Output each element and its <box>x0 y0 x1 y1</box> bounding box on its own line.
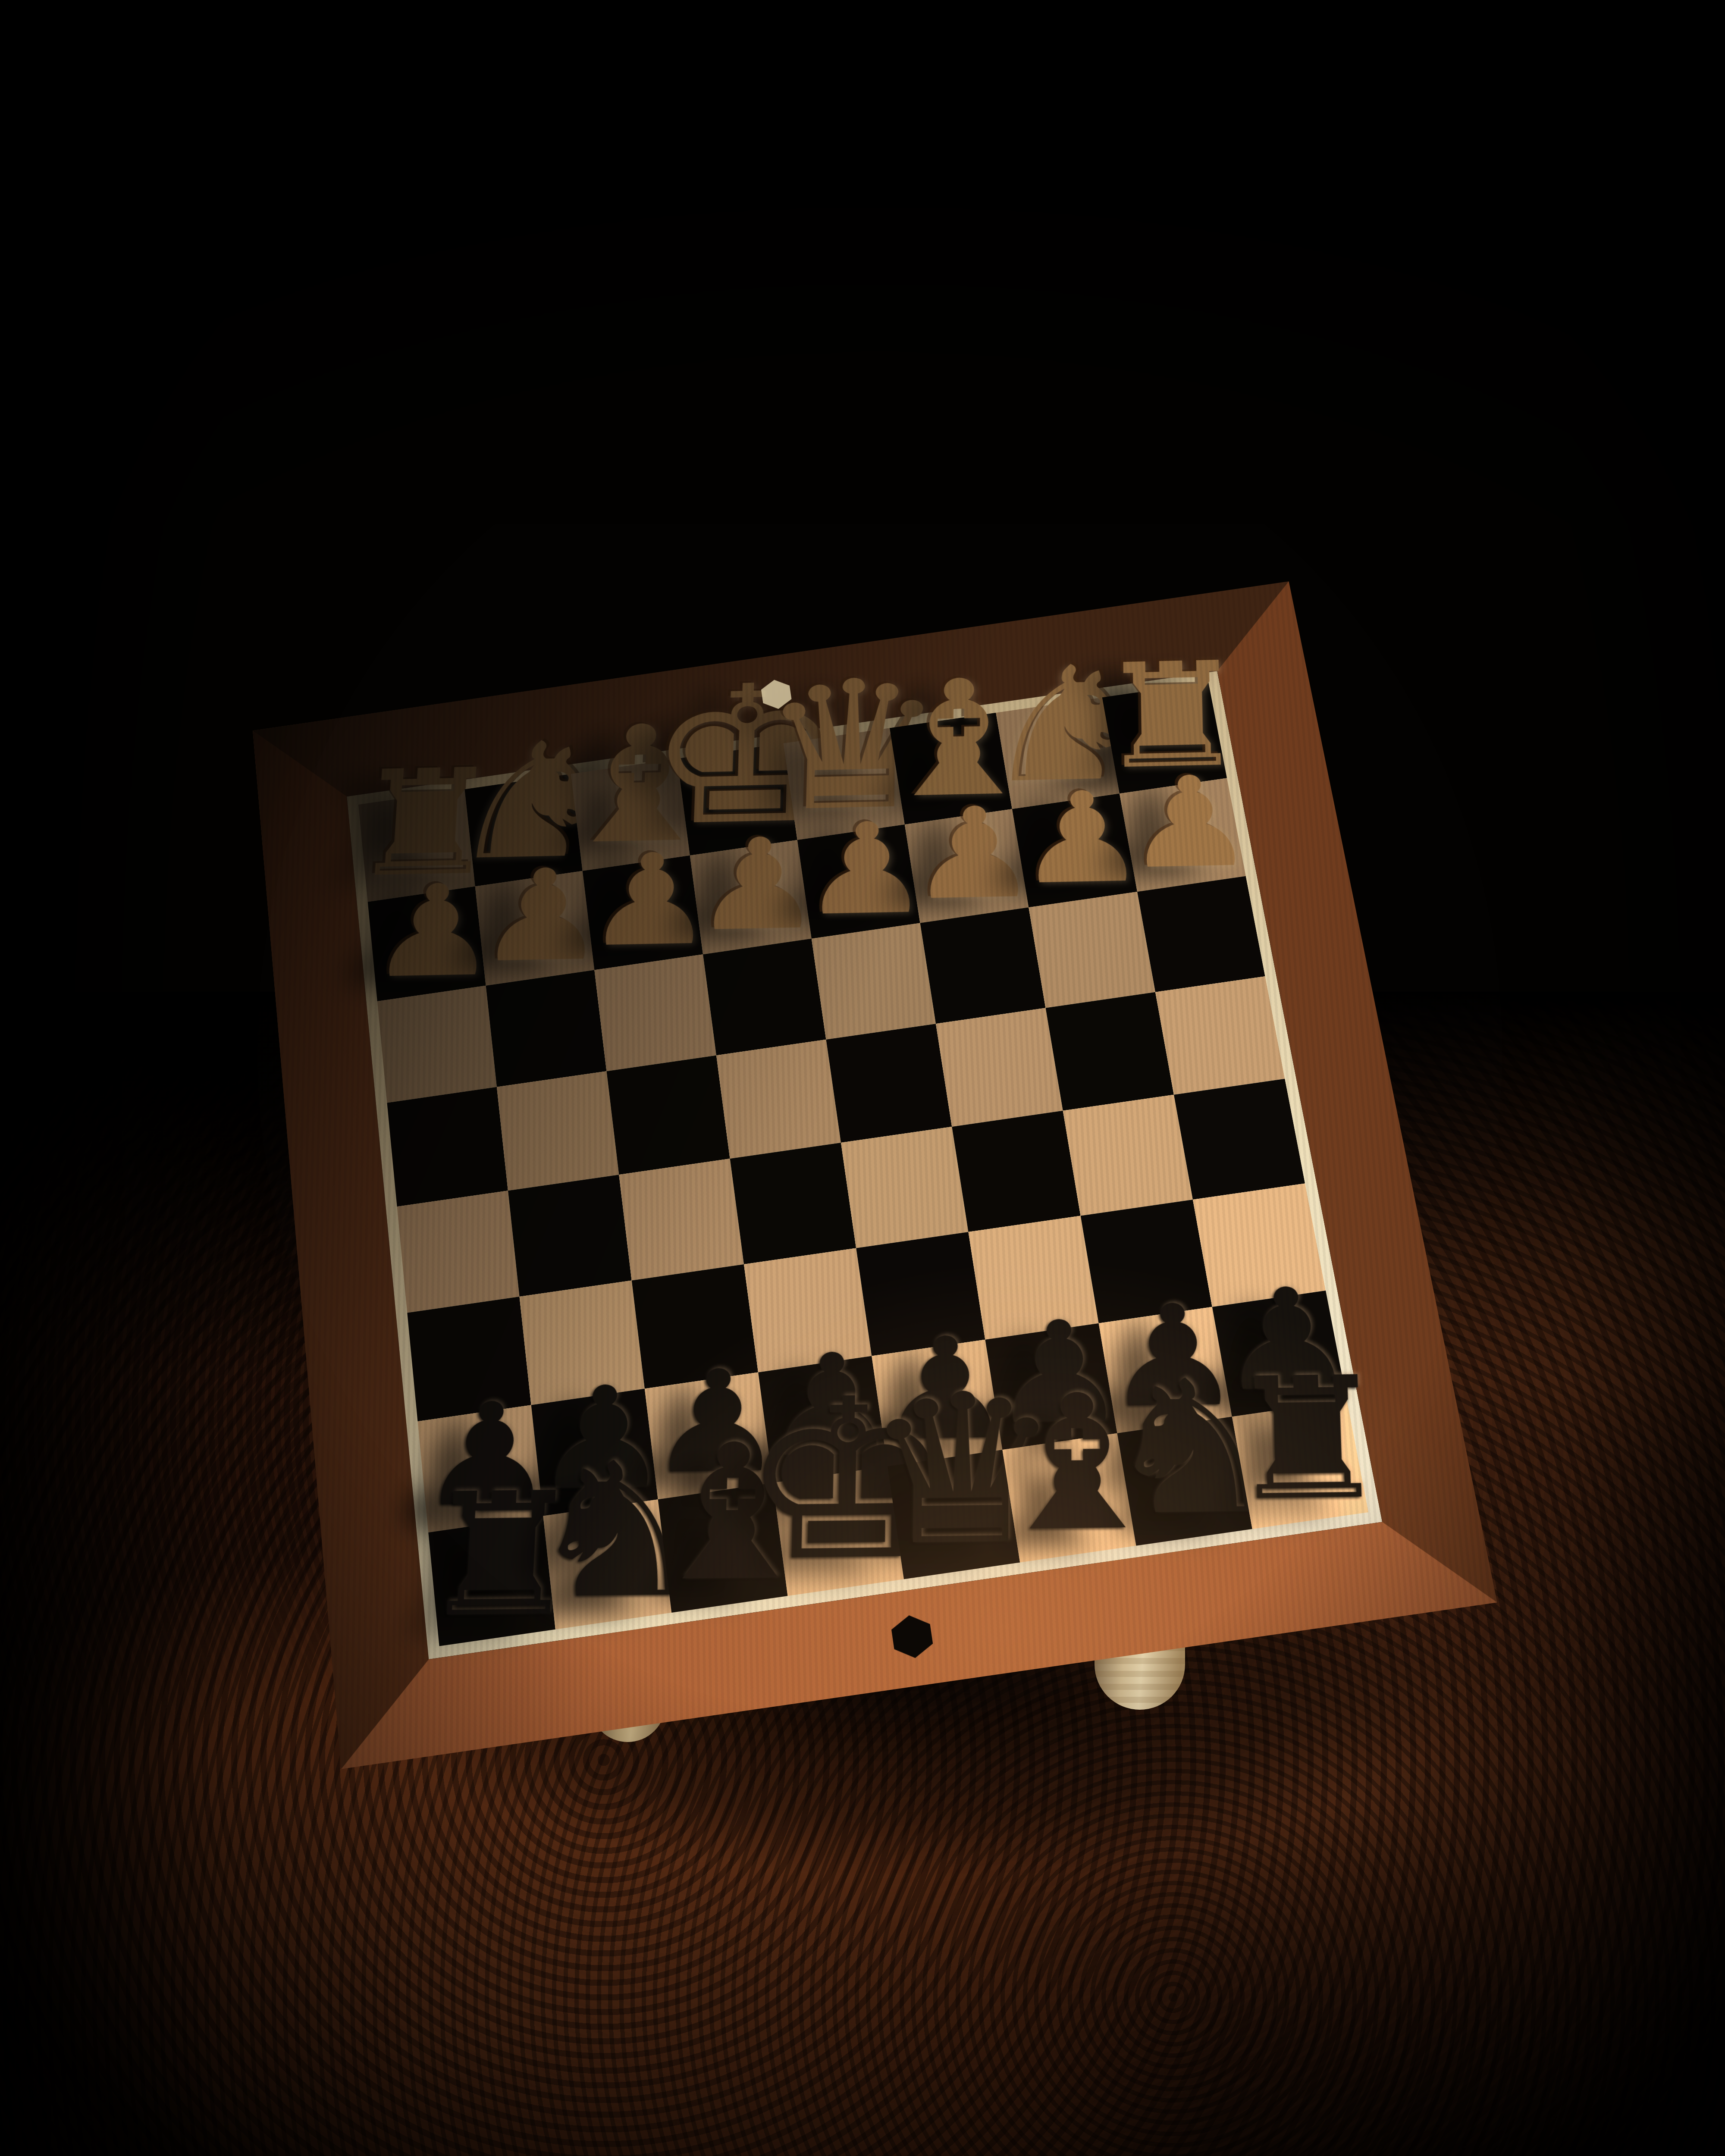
square-b5[interactable] <box>1063 1095 1193 1216</box>
square-g2[interactable]: ♟ <box>475 871 595 986</box>
square-c2[interactable]: ♟ <box>905 809 1029 923</box>
square-e3[interactable] <box>703 939 826 1056</box>
square-b3[interactable] <box>1029 892 1155 1008</box>
chess-table: ♜♞♝♚♛♝♞♜♟♟♟♟♟♟♟♟♟♟♟♟♟♟♟♟♜♞♝♚♛♝♞♜ <box>216 518 1466 1768</box>
square-e5[interactable] <box>730 1143 856 1264</box>
square-g3[interactable] <box>486 970 607 1087</box>
square-c5[interactable] <box>952 1111 1080 1232</box>
square-b2[interactable]: ♟ <box>1012 793 1137 907</box>
square-g5[interactable] <box>508 1175 632 1297</box>
square-f3[interactable] <box>594 954 716 1071</box>
square-f5[interactable] <box>619 1159 744 1280</box>
square-d2[interactable]: ♟ <box>797 824 920 939</box>
photo-stage: ♜♞♝♚♛♝♞♜♟♟♟♟♟♟♟♟♟♟♟♟♟♟♟♟♜♞♝♚♛♝♞♜ <box>0 0 1725 2156</box>
chess-table-top: ♜♞♝♚♛♝♞♜♟♟♟♟♟♟♟♟♟♟♟♟♟♟♟♟♜♞♝♚♛♝♞♜ <box>253 581 1497 1769</box>
square-h5[interactable] <box>397 1191 520 1313</box>
square-d5[interactable] <box>841 1127 968 1248</box>
square-a5[interactable] <box>1174 1079 1305 1200</box>
square-a3[interactable] <box>1137 876 1265 992</box>
